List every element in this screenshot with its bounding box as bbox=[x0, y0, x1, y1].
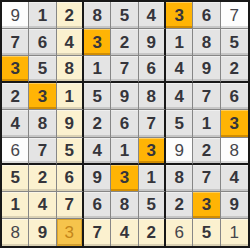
cell-r8c8[interactable]: 3 bbox=[193, 192, 220, 219]
cell-r7c5[interactable]: 3 bbox=[111, 165, 138, 192]
cell-r3c9[interactable]: 2 bbox=[221, 56, 248, 83]
cell-r4c8[interactable]: 7 bbox=[193, 83, 220, 110]
cell-r3c8[interactable]: 9 bbox=[193, 56, 220, 83]
cell-r6c7[interactable]: 9 bbox=[166, 138, 193, 165]
cell-r9c6[interactable]: 2 bbox=[139, 219, 166, 246]
cell-r3c4[interactable]: 1 bbox=[84, 56, 111, 83]
cell-r5c1[interactable]: 4 bbox=[2, 110, 29, 137]
cell-r3c3[interactable]: 8 bbox=[57, 56, 84, 83]
cell-r9c7[interactable]: 6 bbox=[166, 219, 193, 246]
cell-r1c2[interactable]: 1 bbox=[29, 2, 56, 29]
cell-r2c2[interactable]: 6 bbox=[29, 29, 56, 56]
cell-r8c3[interactable]: 7 bbox=[57, 192, 84, 219]
cell-r3c5[interactable]: 7 bbox=[111, 56, 138, 83]
cell-r8c9[interactable]: 9 bbox=[221, 192, 248, 219]
cell-r9c4[interactable]: 7 bbox=[84, 219, 111, 246]
cell-r3c6[interactable]: 6 bbox=[139, 56, 166, 83]
cell-r3c1[interactable]: 3 bbox=[2, 56, 29, 83]
cell-r9c5[interactable]: 4 bbox=[111, 219, 138, 246]
cell-r7c3[interactable]: 6 bbox=[57, 165, 84, 192]
cell-r5c8[interactable]: 1 bbox=[193, 110, 220, 137]
cell-r1c6[interactable]: 4 bbox=[139, 2, 166, 29]
cell-r7c6[interactable]: 1 bbox=[139, 165, 166, 192]
cell-r6c9[interactable]: 8 bbox=[221, 138, 248, 165]
cell-r9c9[interactable]: 1 bbox=[221, 219, 248, 246]
cell-r9c2[interactable]: 9 bbox=[29, 219, 56, 246]
cell-r1c1[interactable]: 9 bbox=[2, 2, 29, 29]
cell-r5c9[interactable]: 3 bbox=[221, 110, 248, 137]
cell-r8c1[interactable]: 1 bbox=[2, 192, 29, 219]
cell-r6c4[interactable]: 4 bbox=[84, 138, 111, 165]
cell-r6c1[interactable]: 6 bbox=[2, 138, 29, 165]
cell-r8c4[interactable]: 6 bbox=[84, 192, 111, 219]
cell-r1c7[interactable]: 3 bbox=[166, 2, 193, 29]
cell-r7c9[interactable]: 4 bbox=[221, 165, 248, 192]
cell-r8c5[interactable]: 8 bbox=[111, 192, 138, 219]
cell-r7c7[interactable]: 8 bbox=[166, 165, 193, 192]
cell-r4c6[interactable]: 8 bbox=[139, 83, 166, 110]
cell-r6c3[interactable]: 5 bbox=[57, 138, 84, 165]
cell-r4c2[interactable]: 3 bbox=[29, 83, 56, 110]
cell-r6c5[interactable]: 1 bbox=[111, 138, 138, 165]
cell-r5c3[interactable]: 9 bbox=[57, 110, 84, 137]
cell-r9c8[interactable]: 5 bbox=[193, 219, 220, 246]
cell-r9c3[interactable]: 3 bbox=[57, 219, 84, 246]
cell-r1c4[interactable]: 8 bbox=[84, 2, 111, 29]
cell-r4c1[interactable]: 2 bbox=[2, 83, 29, 110]
cell-r1c5[interactable]: 5 bbox=[111, 2, 138, 29]
cell-r7c4[interactable]: 9 bbox=[84, 165, 111, 192]
cell-r2c7[interactable]: 1 bbox=[166, 29, 193, 56]
cell-r8c7[interactable]: 2 bbox=[166, 192, 193, 219]
cell-r4c5[interactable]: 9 bbox=[111, 83, 138, 110]
sudoku-board: 9128543677643291853581764922315984764892… bbox=[0, 0, 250, 248]
cell-r2c6[interactable]: 9 bbox=[139, 29, 166, 56]
cell-r7c1[interactable]: 5 bbox=[2, 165, 29, 192]
cell-r8c6[interactable]: 5 bbox=[139, 192, 166, 219]
cell-r3c2[interactable]: 5 bbox=[29, 56, 56, 83]
cell-r2c3[interactable]: 4 bbox=[57, 29, 84, 56]
cell-r7c2[interactable]: 2 bbox=[29, 165, 56, 192]
cell-r5c6[interactable]: 7 bbox=[139, 110, 166, 137]
cell-r1c9[interactable]: 7 bbox=[221, 2, 248, 29]
cell-r2c9[interactable]: 5 bbox=[221, 29, 248, 56]
cell-r4c4[interactable]: 5 bbox=[84, 83, 111, 110]
cell-r2c8[interactable]: 8 bbox=[193, 29, 220, 56]
cell-r6c6[interactable]: 3 bbox=[139, 138, 166, 165]
cell-r1c3[interactable]: 2 bbox=[57, 2, 84, 29]
cell-r9c1[interactable]: 8 bbox=[2, 219, 29, 246]
cell-r4c9[interactable]: 6 bbox=[221, 83, 248, 110]
cell-r5c4[interactable]: 2 bbox=[84, 110, 111, 137]
cell-r5c5[interactable]: 6 bbox=[111, 110, 138, 137]
cell-r5c7[interactable]: 5 bbox=[166, 110, 193, 137]
cell-r5c2[interactable]: 8 bbox=[29, 110, 56, 137]
cell-r6c8[interactable]: 2 bbox=[193, 138, 220, 165]
cell-r7c8[interactable]: 7 bbox=[193, 165, 220, 192]
cell-r2c1[interactable]: 7 bbox=[2, 29, 29, 56]
cell-r4c3[interactable]: 1 bbox=[57, 83, 84, 110]
cell-r6c2[interactable]: 7 bbox=[29, 138, 56, 165]
cell-r2c5[interactable]: 2 bbox=[111, 29, 138, 56]
cell-r4c7[interactable]: 4 bbox=[166, 83, 193, 110]
cell-r1c8[interactable]: 6 bbox=[193, 2, 220, 29]
cell-r8c2[interactable]: 4 bbox=[29, 192, 56, 219]
cell-r3c7[interactable]: 4 bbox=[166, 56, 193, 83]
cell-r2c4[interactable]: 3 bbox=[84, 29, 111, 56]
